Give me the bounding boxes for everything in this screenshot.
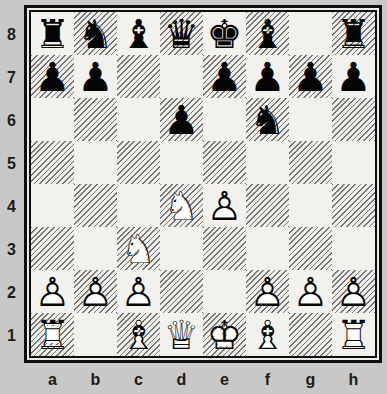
piece-white-queen: ♕ [160, 313, 203, 356]
rank-label-5: 5 [0, 142, 23, 185]
square-h2[interactable]: ♟♙ [332, 270, 375, 313]
square-a7[interactable]: ♟ [31, 55, 74, 98]
file-label-h: h [332, 368, 375, 392]
file-label-c: c [117, 368, 160, 392]
piece-white-bishop: ♗ [117, 313, 160, 356]
rank-label-2: 2 [0, 271, 23, 314]
square-c4[interactable] [117, 184, 160, 227]
piece-black-rook: ♜ [332, 12, 375, 55]
piece-black-pawn: ♟ [289, 55, 332, 98]
square-d3[interactable] [160, 227, 203, 270]
square-b7[interactable]: ♟ [74, 55, 117, 98]
square-a2[interactable]: ♟♙ [31, 270, 74, 313]
square-d7[interactable] [160, 55, 203, 98]
square-b1[interactable] [74, 313, 117, 356]
piece-black-pawn: ♟ [332, 55, 375, 98]
square-f8[interactable]: ♝ [246, 12, 289, 55]
square-c3[interactable]: ♞♘ [117, 227, 160, 270]
square-b2[interactable]: ♟♙ [74, 270, 117, 313]
square-a3[interactable] [31, 227, 74, 270]
square-h4[interactable] [332, 184, 375, 227]
square-f1[interactable]: ♝♗ [246, 313, 289, 356]
piece-white-rook: ♖ [31, 313, 74, 356]
square-d4[interactable]: ♞♘ [160, 184, 203, 227]
square-c6[interactable] [117, 98, 160, 141]
square-g6[interactable] [289, 98, 332, 141]
piece-white-pawn: ♙ [117, 270, 160, 313]
piece-black-pawn: ♟ [246, 55, 289, 98]
file-labels: a b c d e f g h [31, 368, 375, 392]
square-b8[interactable]: ♞ [74, 12, 117, 55]
square-c8[interactable]: ♝ [117, 12, 160, 55]
piece-black-knight: ♞ [74, 12, 117, 55]
square-g8[interactable] [289, 12, 332, 55]
square-h8[interactable]: ♜ [332, 12, 375, 55]
square-c1[interactable]: ♝♗ [117, 313, 160, 356]
rank-label-8: 8 [0, 13, 23, 56]
rank-label-3: 3 [0, 228, 23, 271]
file-label-a: a [31, 368, 74, 392]
piece-white-bishop: ♗ [246, 313, 289, 356]
piece-white-pawn: ♙ [289, 270, 332, 313]
square-e2[interactable] [203, 270, 246, 313]
square-h3[interactable] [332, 227, 375, 270]
board-inner-border: ♜♞♝♛♚♝♜♟♟♟♟♟♟♟♞♞♘♟♙♞♘♟♙♟♙♟♙♟♙♟♙♟♙♜♖♝♗♛♕♚… [29, 10, 377, 358]
piece-black-bishop: ♝ [117, 12, 160, 55]
square-b5[interactable] [74, 141, 117, 184]
file-label-g: g [289, 368, 332, 392]
file-label-d: d [160, 368, 203, 392]
rank-labels: 8 7 6 5 4 3 2 1 [0, 13, 23, 357]
square-f2[interactable]: ♟♙ [246, 270, 289, 313]
piece-black-queen: ♛ [160, 12, 203, 55]
square-e6[interactable] [203, 98, 246, 141]
square-h6[interactable] [332, 98, 375, 141]
square-e1[interactable]: ♚♔ [203, 313, 246, 356]
square-e3[interactable] [203, 227, 246, 270]
square-d1[interactable]: ♛♕ [160, 313, 203, 356]
square-b6[interactable] [74, 98, 117, 141]
file-label-b: b [74, 368, 117, 392]
square-g4[interactable] [289, 184, 332, 227]
square-g1[interactable] [289, 313, 332, 356]
piece-black-pawn: ♟ [160, 98, 203, 141]
square-e7[interactable]: ♟ [203, 55, 246, 98]
square-c7[interactable] [117, 55, 160, 98]
piece-white-knight: ♘ [160, 184, 203, 227]
piece-black-pawn: ♟ [31, 55, 74, 98]
square-d8[interactable]: ♛ [160, 12, 203, 55]
piece-white-pawn: ♙ [31, 270, 74, 313]
square-h1[interactable]: ♜♖ [332, 313, 375, 356]
square-g7[interactable]: ♟ [289, 55, 332, 98]
square-f3[interactable] [246, 227, 289, 270]
board: ♜♞♝♛♚♝♜♟♟♟♟♟♟♟♞♞♘♟♙♞♘♟♙♟♙♟♙♟♙♟♙♟♙♜♖♝♗♛♕♚… [31, 12, 375, 356]
piece-black-knight: ♞ [246, 98, 289, 141]
square-a8[interactable]: ♜ [31, 12, 74, 55]
chess-diagram: 8 7 6 5 4 3 2 1 ♜♞♝♛♚♝♜♟♟♟♟♟♟♟♞♞♘♟♙♞♘♟♙♟… [0, 0, 387, 394]
piece-black-pawn: ♟ [74, 55, 117, 98]
square-e8[interactable]: ♚ [203, 12, 246, 55]
piece-white-rook: ♖ [332, 313, 375, 356]
piece-white-king: ♔ [203, 313, 246, 356]
square-h5[interactable] [332, 141, 375, 184]
square-b4[interactable] [74, 184, 117, 227]
file-label-f: f [246, 368, 289, 392]
square-d2[interactable] [160, 270, 203, 313]
square-g5[interactable] [289, 141, 332, 184]
square-b3[interactable] [74, 227, 117, 270]
piece-white-pawn: ♙ [74, 270, 117, 313]
board-frame: ♜♞♝♛♚♝♜♟♟♟♟♟♟♟♞♞♘♟♙♞♘♟♙♟♙♟♙♟♙♟♙♟♙♜♖♝♗♛♕♚… [24, 5, 382, 363]
piece-black-rook: ♜ [31, 12, 74, 55]
square-a6[interactable] [31, 98, 74, 141]
square-a5[interactable] [31, 141, 74, 184]
square-c5[interactable] [117, 141, 160, 184]
square-f6[interactable]: ♞ [246, 98, 289, 141]
piece-black-pawn: ♟ [203, 55, 246, 98]
piece-black-king: ♚ [203, 12, 246, 55]
rank-label-4: 4 [0, 185, 23, 228]
square-f7[interactable]: ♟ [246, 55, 289, 98]
square-f4[interactable] [246, 184, 289, 227]
square-a4[interactable] [31, 184, 74, 227]
square-f5[interactable] [246, 141, 289, 184]
square-g2[interactable]: ♟♙ [289, 270, 332, 313]
square-c2[interactable]: ♟♙ [117, 270, 160, 313]
square-e5[interactable] [203, 141, 246, 184]
piece-white-pawn: ♙ [203, 184, 246, 227]
piece-black-bishop: ♝ [246, 12, 289, 55]
rank-label-6: 6 [0, 99, 23, 142]
square-d5[interactable] [160, 141, 203, 184]
piece-white-pawn: ♙ [246, 270, 289, 313]
square-e4[interactable]: ♟♙ [203, 184, 246, 227]
square-d6[interactable]: ♟ [160, 98, 203, 141]
piece-white-knight: ♘ [117, 227, 160, 270]
rank-label-1: 1 [0, 314, 23, 357]
file-label-e: e [203, 368, 246, 392]
square-g3[interactable] [289, 227, 332, 270]
square-a1[interactable]: ♜♖ [31, 313, 74, 356]
square-h7[interactable]: ♟ [332, 55, 375, 98]
piece-white-pawn: ♙ [332, 270, 375, 313]
rank-label-7: 7 [0, 56, 23, 99]
